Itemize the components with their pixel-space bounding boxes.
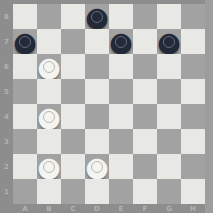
square-c7[interactable] <box>61 29 85 54</box>
square-b8[interactable] <box>37 4 61 29</box>
square-c2[interactable] <box>61 154 85 179</box>
square-e2[interactable] <box>109 154 133 179</box>
white-man-d2[interactable]: ● <box>85 154 109 179</box>
dark-man-e7[interactable]: ● <box>109 29 133 54</box>
file-labels: ABCDEFGH <box>13 204 205 213</box>
rank-label-2: 2 <box>0 154 13 179</box>
square-d6[interactable] <box>85 54 109 79</box>
white-man-b2[interactable]: ● <box>37 154 61 179</box>
square-g7[interactable]: ● <box>157 29 181 54</box>
square-f3[interactable] <box>133 129 157 154</box>
file-label-g: G <box>157 204 181 213</box>
dark-man-glyph: ● <box>13 29 37 54</box>
square-d1[interactable] <box>85 179 109 204</box>
square-f5[interactable] <box>133 79 157 104</box>
file-label-a: A <box>13 204 37 213</box>
file-label-c: C <box>61 204 85 213</box>
file-label-b: B <box>37 204 61 213</box>
white-man-glyph: ● <box>37 104 61 129</box>
board-right-margin <box>205 0 213 213</box>
checkers-app: 87654321 ●●●●●●●● ABCDEFGH <box>0 0 213 213</box>
square-e4[interactable] <box>109 104 133 129</box>
white-man-glyph: ● <box>85 154 109 179</box>
square-g4[interactable] <box>157 104 181 129</box>
square-f8[interactable] <box>133 4 157 29</box>
square-c5[interactable] <box>61 79 85 104</box>
square-b4[interactable]: ● <box>37 104 61 129</box>
square-d2[interactable]: ● <box>85 154 109 179</box>
square-g1[interactable] <box>157 179 181 204</box>
rank-label-5: 5 <box>0 79 13 104</box>
square-b1[interactable] <box>37 179 61 204</box>
white-man-b6[interactable]: ● <box>37 54 61 79</box>
square-c8[interactable] <box>61 4 85 29</box>
file-label-h: H <box>181 204 205 213</box>
square-f7[interactable] <box>133 29 157 54</box>
rank-label-4: 4 <box>0 104 13 129</box>
square-a1[interactable] <box>13 179 37 204</box>
rank-label-7: 7 <box>0 29 13 54</box>
square-b6[interactable]: ● <box>37 54 61 79</box>
square-h7[interactable] <box>181 29 205 54</box>
square-a4[interactable] <box>13 104 37 129</box>
dark-man-glyph: ● <box>85 4 109 29</box>
white-man-glyph: ● <box>37 54 61 79</box>
square-f6[interactable] <box>133 54 157 79</box>
square-e7[interactable]: ● <box>109 29 133 54</box>
square-c6[interactable] <box>61 54 85 79</box>
square-g3[interactable] <box>157 129 181 154</box>
square-c3[interactable] <box>61 129 85 154</box>
square-e5[interactable] <box>109 79 133 104</box>
square-h5[interactable] <box>181 79 205 104</box>
square-h2[interactable] <box>181 154 205 179</box>
square-a3[interactable] <box>13 129 37 154</box>
square-h3[interactable] <box>181 129 205 154</box>
file-label-e: E <box>109 204 133 213</box>
file-label-d: D <box>85 204 109 213</box>
checkers-board[interactable]: ●●●●●●●● <box>13 4 205 204</box>
square-g5[interactable] <box>157 79 181 104</box>
rank-labels: 87654321 <box>0 4 13 204</box>
square-e3[interactable] <box>109 129 133 154</box>
square-e1[interactable] <box>109 179 133 204</box>
square-f4[interactable] <box>133 104 157 129</box>
dark-man-d8[interactable]: ● <box>85 4 109 29</box>
white-man-b4[interactable]: ● <box>37 104 61 129</box>
dark-man-glyph: ● <box>157 29 181 54</box>
dark-man-a7[interactable]: ● <box>13 29 37 54</box>
square-c1[interactable] <box>61 179 85 204</box>
square-g2[interactable] <box>157 154 181 179</box>
square-b2[interactable]: ● <box>37 154 61 179</box>
square-d4[interactable] <box>85 104 109 129</box>
rank-label-8: 8 <box>0 4 13 29</box>
square-d8[interactable]: ● <box>85 4 109 29</box>
rank-label-1: 1 <box>0 179 13 204</box>
rank-label-6: 6 <box>0 54 13 79</box>
square-a5[interactable] <box>13 79 37 104</box>
square-h8[interactable] <box>181 4 205 29</box>
square-a2[interactable] <box>13 154 37 179</box>
square-a6[interactable] <box>13 54 37 79</box>
square-h1[interactable] <box>181 179 205 204</box>
square-a7[interactable]: ● <box>13 29 37 54</box>
dark-man-glyph: ● <box>109 29 133 54</box>
square-h4[interactable] <box>181 104 205 129</box>
square-g6[interactable] <box>157 54 181 79</box>
square-f1[interactable] <box>133 179 157 204</box>
square-d5[interactable] <box>85 79 109 104</box>
file-label-f: F <box>133 204 157 213</box>
rank-label-3: 3 <box>0 129 13 154</box>
dark-man-g7[interactable]: ● <box>157 29 181 54</box>
square-c4[interactable] <box>61 104 85 129</box>
square-e6[interactable] <box>109 54 133 79</box>
square-d7[interactable] <box>85 29 109 54</box>
white-man-glyph: ● <box>37 154 61 179</box>
square-h6[interactable] <box>181 54 205 79</box>
square-f2[interactable] <box>133 154 157 179</box>
